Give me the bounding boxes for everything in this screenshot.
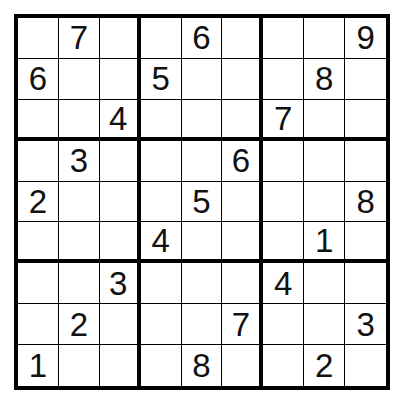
cell-r1c3[interactable] (100, 18, 141, 59)
cell-r6c1[interactable] (18, 222, 59, 263)
cell-r9c8[interactable]: 2 (304, 345, 345, 386)
cell-r3c2[interactable] (59, 100, 100, 141)
cell-r8c3[interactable] (100, 304, 141, 345)
cell-r6c3[interactable] (100, 222, 141, 263)
cell-r4c7[interactable] (263, 141, 304, 182)
cell-r6c9[interactable] (345, 222, 386, 263)
cell-r8c4[interactable] (141, 304, 182, 345)
cell-r7c2[interactable] (59, 263, 100, 304)
cell-r7c5[interactable] (182, 263, 223, 304)
cell-r1c5[interactable]: 6 (182, 18, 223, 59)
cell-r8c1[interactable] (18, 304, 59, 345)
cell-r3c8[interactable] (304, 100, 345, 141)
cell-r1c7[interactable] (263, 18, 304, 59)
cell-r4c8[interactable] (304, 141, 345, 182)
cell-r3c5[interactable] (182, 100, 223, 141)
cell-r5c3[interactable] (100, 182, 141, 223)
cell-r6c8[interactable]: 1 (304, 222, 345, 263)
cell-r1c8[interactable] (304, 18, 345, 59)
cell-r9c3[interactable] (100, 345, 141, 386)
cell-r7c6[interactable] (222, 263, 263, 304)
cell-r8c9[interactable]: 3 (345, 304, 386, 345)
cell-r4c1[interactable] (18, 141, 59, 182)
cell-r6c7[interactable] (263, 222, 304, 263)
cell-r2c3[interactable] (100, 59, 141, 100)
cell-r8c7[interactable] (263, 304, 304, 345)
cell-r7c7[interactable]: 4 (263, 263, 304, 304)
cell-r5c5[interactable]: 5 (182, 182, 223, 223)
cell-r7c9[interactable] (345, 263, 386, 304)
cell-r9c9[interactable] (345, 345, 386, 386)
cell-r6c2[interactable] (59, 222, 100, 263)
cell-r9c4[interactable] (141, 345, 182, 386)
cell-r7c8[interactable] (304, 263, 345, 304)
cell-r5c8[interactable] (304, 182, 345, 223)
cell-r9c6[interactable] (222, 345, 263, 386)
cell-r2c1[interactable]: 6 (18, 59, 59, 100)
cell-r2c5[interactable] (182, 59, 223, 100)
cell-r3c9[interactable] (345, 100, 386, 141)
cell-r2c9[interactable] (345, 59, 386, 100)
cell-r3c6[interactable] (222, 100, 263, 141)
cell-r6c5[interactable] (182, 222, 223, 263)
cell-r1c6[interactable] (222, 18, 263, 59)
sudoku-board: 76965847362584134273182 (14, 14, 390, 390)
cell-r8c2[interactable]: 2 (59, 304, 100, 345)
cell-r9c1[interactable]: 1 (18, 345, 59, 386)
cell-r1c9[interactable]: 9 (345, 18, 386, 59)
cell-r1c4[interactable] (141, 18, 182, 59)
cell-r2c7[interactable] (263, 59, 304, 100)
cell-r7c4[interactable] (141, 263, 182, 304)
cell-r5c6[interactable] (222, 182, 263, 223)
sudoku-board-wrapper: 76965847362584134273182 (14, 14, 390, 390)
cell-r4c5[interactable] (182, 141, 223, 182)
cell-r8c8[interactable] (304, 304, 345, 345)
cell-r8c5[interactable] (182, 304, 223, 345)
cell-r9c7[interactable] (263, 345, 304, 386)
cell-r5c9[interactable]: 8 (345, 182, 386, 223)
cell-r5c4[interactable] (141, 182, 182, 223)
cell-r3c1[interactable] (18, 100, 59, 141)
cell-r9c2[interactable] (59, 345, 100, 386)
cell-r6c6[interactable] (222, 222, 263, 263)
cell-r5c7[interactable] (263, 182, 304, 223)
cell-r7c3[interactable]: 3 (100, 263, 141, 304)
cell-r1c2[interactable]: 7 (59, 18, 100, 59)
cell-r4c4[interactable] (141, 141, 182, 182)
cell-r9c5[interactable]: 8 (182, 345, 223, 386)
cell-r5c2[interactable] (59, 182, 100, 223)
cell-r6c4[interactable]: 4 (141, 222, 182, 263)
cell-r5c1[interactable]: 2 (18, 182, 59, 223)
cell-r2c4[interactable]: 5 (141, 59, 182, 100)
cell-r4c3[interactable] (100, 141, 141, 182)
cell-r2c2[interactable] (59, 59, 100, 100)
cell-r4c2[interactable]: 3 (59, 141, 100, 182)
cell-r3c7[interactable]: 7 (263, 100, 304, 141)
cell-r4c9[interactable] (345, 141, 386, 182)
cell-r2c6[interactable] (222, 59, 263, 100)
cell-r1c1[interactable] (18, 18, 59, 59)
cell-r7c1[interactable] (18, 263, 59, 304)
cell-r2c8[interactable]: 8 (304, 59, 345, 100)
cell-r4c6[interactable]: 6 (222, 141, 263, 182)
cell-r3c3[interactable]: 4 (100, 100, 141, 141)
cell-r8c6[interactable]: 7 (222, 304, 263, 345)
cell-r3c4[interactable] (141, 100, 182, 141)
